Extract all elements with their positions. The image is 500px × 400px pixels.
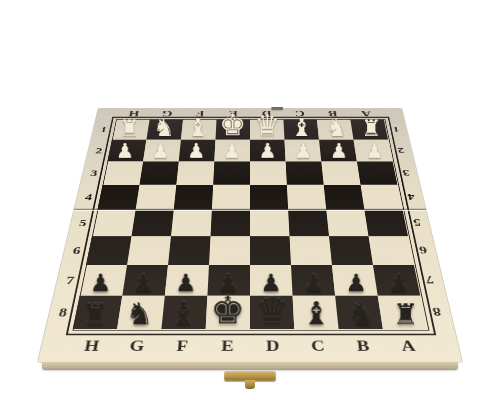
file-label-bottom-e: E <box>204 329 250 362</box>
rank-label-right-7: 7 <box>414 265 446 296</box>
file-label-bottom-b: B <box>339 329 388 362</box>
file-label-bottom-g: G <box>112 329 161 362</box>
square-c5[interactable] <box>288 210 329 237</box>
rank-label-right-8: 8 <box>420 296 454 329</box>
square-h4[interactable] <box>97 185 139 210</box>
square-f1[interactable]: ♝ <box>181 119 217 139</box>
square-f4[interactable] <box>174 185 213 210</box>
square-b3[interactable] <box>321 162 360 185</box>
chessboard-photo: HGFEDCBA1♜♞♝♚♛♝♞♜12♟♟♟♟♟♟♟♟2334455667♟♟♟… <box>0 0 500 400</box>
piece-white-pawn-f2[interactable]: ♟ <box>187 142 205 161</box>
square-h3[interactable] <box>103 162 143 185</box>
square-g3[interactable] <box>139 162 178 185</box>
square-f5[interactable] <box>171 210 212 237</box>
piece-white-pawn-h2[interactable]: ♟ <box>116 142 134 161</box>
piece-black-pawn-b7[interactable]: ♟ <box>346 272 368 295</box>
square-c2[interactable]: ♟ <box>285 140 322 162</box>
square-h5[interactable] <box>92 210 136 237</box>
square-a3[interactable] <box>357 162 397 185</box>
piece-white-queen-d1[interactable]: ♛ <box>254 112 280 139</box>
square-h7[interactable]: ♟ <box>80 265 127 296</box>
piece-white-king-e1[interactable]: ♚ <box>219 111 246 140</box>
square-f2[interactable]: ♟ <box>179 140 216 162</box>
rank-label-right-5: 5 <box>403 210 433 237</box>
piece-white-pawn-c2[interactable]: ♟ <box>294 142 312 161</box>
square-a5[interactable] <box>364 210 408 237</box>
piece-black-pawn-h7[interactable]: ♟ <box>90 272 112 295</box>
square-h8[interactable]: ♜ <box>73 296 122 329</box>
square-b8[interactable]: ♞ <box>335 296 383 329</box>
file-label-bottom-h: H <box>66 329 117 362</box>
piece-black-rook-a8[interactable]: ♜ <box>392 301 418 328</box>
file-label-bottom-c: C <box>294 329 342 362</box>
square-g6[interactable] <box>127 236 171 265</box>
piece-black-pawn-a7[interactable]: ♟ <box>388 272 410 295</box>
square-h2[interactable]: ♟ <box>107 140 146 162</box>
square-e4[interactable] <box>212 185 250 210</box>
square-e3[interactable] <box>213 162 250 185</box>
rank-label-right-4: 4 <box>397 185 425 210</box>
rank-label-right-2: 2 <box>388 140 414 162</box>
square-b7[interactable]: ♟ <box>332 265 378 296</box>
piece-black-bishop-c8[interactable]: ♝ <box>302 298 331 328</box>
square-d3[interactable] <box>250 162 287 185</box>
piece-black-knight-g8[interactable]: ♞ <box>125 299 153 328</box>
piece-black-rook-h8[interactable]: ♜ <box>82 301 108 328</box>
piece-black-pawn-f7[interactable]: ♟ <box>175 272 197 295</box>
piece-black-pawn-g7[interactable]: ♟ <box>133 272 155 295</box>
board-corner <box>427 329 462 362</box>
square-c1[interactable]: ♝ <box>283 119 319 139</box>
square-c3[interactable] <box>286 162 324 185</box>
rank-label-right-1: 1 <box>384 119 409 139</box>
square-d8[interactable]: ♛ <box>250 296 294 329</box>
piece-black-bishop-f8[interactable]: ♝ <box>169 298 198 328</box>
piece-white-bishop-f1[interactable]: ♝ <box>187 116 209 140</box>
square-a6[interactable] <box>369 236 414 265</box>
piece-black-queen-d8[interactable]: ♛ <box>256 293 289 328</box>
square-e1[interactable]: ♚ <box>215 119 250 139</box>
file-label-bottom-f: F <box>158 329 206 362</box>
square-d1[interactable]: ♛ <box>250 119 285 139</box>
piece-white-bishop-c1[interactable]: ♝ <box>291 116 313 140</box>
box-front-edge <box>42 362 458 370</box>
square-c8[interactable]: ♝ <box>293 296 339 329</box>
square-a8[interactable]: ♜ <box>378 296 427 329</box>
square-c4[interactable] <box>287 185 326 210</box>
square-f6[interactable] <box>168 236 210 265</box>
square-g8[interactable]: ♞ <box>117 296 165 329</box>
piece-white-pawn-e2[interactable]: ♟ <box>223 142 241 161</box>
piece-white-rook-h1[interactable]: ♜ <box>119 118 139 139</box>
square-f3[interactable] <box>176 162 214 185</box>
piece-white-knight-g1[interactable]: ♞ <box>153 116 175 139</box>
square-h1[interactable]: ♜ <box>112 119 150 139</box>
square-b2[interactable]: ♟ <box>319 140 357 162</box>
piece-white-pawn-a2[interactable]: ♟ <box>366 142 384 161</box>
square-b4[interactable] <box>324 185 365 210</box>
rank-label-right-6: 6 <box>408 236 439 265</box>
square-a1[interactable]: ♜ <box>350 119 388 139</box>
square-g5[interactable] <box>131 210 173 237</box>
chess-board: HGFEDCBA1♜♞♝♚♛♝♞♜12♟♟♟♟♟♟♟♟2334455667♟♟♟… <box>38 108 462 362</box>
square-e2[interactable]: ♟ <box>214 140 250 162</box>
square-c6[interactable] <box>290 236 332 265</box>
square-d2[interactable]: ♟ <box>250 140 286 162</box>
square-d5[interactable] <box>250 210 290 237</box>
board-grid: HGFEDCBA1♜♞♝♚♛♝♞♜12♟♟♟♟♟♟♟♟2334455667♟♟♟… <box>38 108 462 362</box>
piece-white-pawn-d2[interactable]: ♟ <box>259 142 277 161</box>
square-b1[interactable]: ♞ <box>317 119 354 139</box>
square-c7[interactable]: ♟ <box>291 265 335 296</box>
square-d6[interactable] <box>250 236 291 265</box>
rank-label-right-3: 3 <box>393 162 420 185</box>
board-corner <box>96 108 119 119</box>
file-label-bottom-a: A <box>383 329 434 362</box>
square-a7[interactable]: ♟ <box>373 265 420 296</box>
square-f8[interactable]: ♝ <box>161 296 207 329</box>
fold-seam <box>74 209 426 211</box>
square-b5[interactable] <box>326 210 368 237</box>
piece-black-knight-b8[interactable]: ♞ <box>347 299 375 328</box>
square-b6[interactable] <box>329 236 373 265</box>
piece-white-knight-b1[interactable]: ♞ <box>326 116 348 139</box>
square-e5[interactable] <box>210 210 250 237</box>
file-label-bottom-d: D <box>250 329 296 362</box>
square-e8[interactable]: ♚ <box>206 296 250 329</box>
square-g2[interactable]: ♟ <box>143 140 181 162</box>
board-corner <box>382 108 405 119</box>
square-h6[interactable] <box>86 236 131 265</box>
square-d4[interactable] <box>250 185 288 210</box>
square-a4[interactable] <box>361 185 403 210</box>
brass-clasp[interactable] <box>224 371 276 381</box>
piece-white-pawn-b2[interactable]: ♟ <box>330 142 348 161</box>
square-e6[interactable] <box>209 236 250 265</box>
square-f7[interactable]: ♟ <box>165 265 209 296</box>
square-a2[interactable]: ♟ <box>354 140 393 162</box>
piece-white-pawn-g2[interactable]: ♟ <box>152 142 170 161</box>
square-g7[interactable]: ♟ <box>122 265 168 296</box>
piece-white-rook-a1[interactable]: ♜ <box>361 118 381 139</box>
piece-black-pawn-c7[interactable]: ♟ <box>303 272 325 295</box>
square-g1[interactable]: ♞ <box>146 119 183 139</box>
square-g4[interactable] <box>136 185 177 210</box>
perspective-wrapper: HGFEDCBA1♜♞♝♚♛♝♞♜12♟♟♟♟♟♟♟♟2334455667♟♟♟… <box>0 0 500 400</box>
piece-black-king-e8[interactable]: ♚ <box>211 292 246 329</box>
